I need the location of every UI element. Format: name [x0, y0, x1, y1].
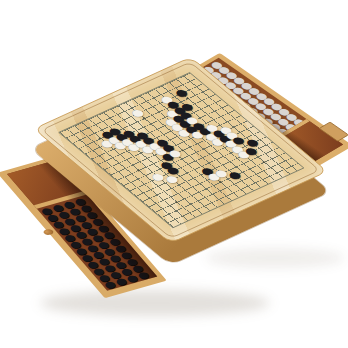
ground-shadow-left: [40, 290, 270, 316]
hoshi-point: [142, 117, 146, 119]
hoshi-point: [175, 201, 179, 203]
go-set-product-photo: ●●●●●●●●●●●●●●●●●●●●●●●●●●●●●●●●●●●●●●●●…: [0, 0, 348, 348]
hoshi-point: [186, 97, 190, 99]
ground-shadow-right: [205, 248, 345, 268]
drawer-knob: [42, 228, 55, 236]
hoshi-point: [218, 181, 222, 183]
hoshi-point: [180, 149, 184, 151]
hoshi-point: [136, 169, 140, 171]
white-stone: ●: [163, 173, 181, 185]
hoshi-point: [262, 161, 266, 163]
black-stone: ●: [225, 169, 243, 181]
